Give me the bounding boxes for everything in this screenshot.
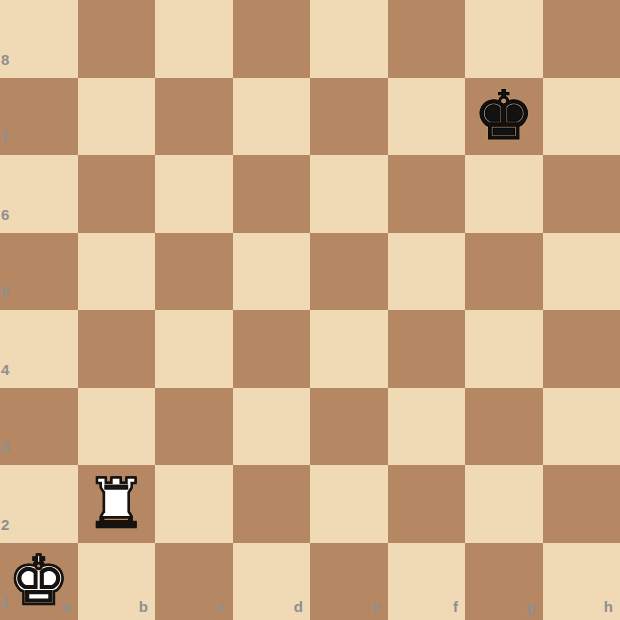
square-g3[interactable] — [465, 388, 543, 466]
square-a6[interactable]: 6 — [0, 155, 78, 233]
square-e2[interactable] — [310, 465, 388, 543]
rank-label-8: 8 — [1, 52, 9, 67]
piece-black-king[interactable]: ♚ — [465, 78, 543, 156]
square-c6[interactable] — [155, 155, 233, 233]
square-b1[interactable]: b — [78, 543, 156, 620]
square-a8[interactable]: 8 — [0, 0, 78, 78]
file-label-g: g — [526, 599, 535, 614]
file-label-f: f — [453, 599, 458, 614]
square-e6[interactable] — [310, 155, 388, 233]
square-c2[interactable] — [155, 465, 233, 543]
square-g4[interactable] — [465, 310, 543, 388]
square-f3[interactable] — [388, 388, 466, 466]
square-a1[interactable]: 1a♚ — [0, 543, 78, 620]
rank-label-6: 6 — [1, 207, 9, 222]
square-h8[interactable] — [543, 0, 620, 78]
square-f4[interactable] — [388, 310, 466, 388]
square-b4[interactable] — [78, 310, 156, 388]
square-h5[interactable] — [543, 233, 620, 311]
rank-label-5: 5 — [1, 284, 9, 299]
square-d8[interactable] — [233, 0, 311, 78]
rank-label-4: 4 — [1, 362, 9, 377]
square-f1[interactable]: f — [388, 543, 466, 620]
square-c5[interactable] — [155, 233, 233, 311]
chess-board: 87♚65432♜1a♚bcdefgh — [0, 0, 620, 620]
square-d6[interactable] — [233, 155, 311, 233]
square-c3[interactable] — [155, 388, 233, 466]
square-b2[interactable]: ♜ — [78, 465, 156, 543]
file-label-b: b — [139, 599, 148, 614]
square-g2[interactable] — [465, 465, 543, 543]
square-e5[interactable] — [310, 233, 388, 311]
square-f6[interactable] — [388, 155, 466, 233]
square-e4[interactable] — [310, 310, 388, 388]
square-b3[interactable] — [78, 388, 156, 466]
rank-label-2: 2 — [1, 517, 9, 532]
square-d2[interactable] — [233, 465, 311, 543]
square-g6[interactable] — [465, 155, 543, 233]
square-b7[interactable] — [78, 78, 156, 156]
piece-white-king[interactable]: ♚ — [0, 543, 78, 620]
square-b6[interactable] — [78, 155, 156, 233]
square-g1[interactable]: g — [465, 543, 543, 620]
square-e8[interactable] — [310, 0, 388, 78]
square-d5[interactable] — [233, 233, 311, 311]
square-a3[interactable]: 3 — [0, 388, 78, 466]
square-h1[interactable]: h — [543, 543, 620, 620]
file-label-e: e — [372, 599, 380, 614]
square-c4[interactable] — [155, 310, 233, 388]
rank-label-3: 3 — [1, 439, 9, 454]
square-h7[interactable] — [543, 78, 620, 156]
square-f8[interactable] — [388, 0, 466, 78]
square-a7[interactable]: 7 — [0, 78, 78, 156]
square-g7[interactable]: ♚ — [465, 78, 543, 156]
square-c7[interactable] — [155, 78, 233, 156]
square-h2[interactable] — [543, 465, 620, 543]
square-h4[interactable] — [543, 310, 620, 388]
file-label-d: d — [294, 599, 303, 614]
square-d3[interactable] — [233, 388, 311, 466]
square-d7[interactable] — [233, 78, 311, 156]
square-d4[interactable] — [233, 310, 311, 388]
square-e7[interactable] — [310, 78, 388, 156]
square-b8[interactable] — [78, 0, 156, 78]
file-label-h: h — [604, 599, 613, 614]
square-a5[interactable]: 5 — [0, 233, 78, 311]
square-g8[interactable] — [465, 0, 543, 78]
square-b5[interactable] — [78, 233, 156, 311]
square-f2[interactable] — [388, 465, 466, 543]
square-g5[interactable] — [465, 233, 543, 311]
square-h6[interactable] — [543, 155, 620, 233]
square-e3[interactable] — [310, 388, 388, 466]
rank-label-7: 7 — [1, 129, 9, 144]
piece-white-rook[interactable]: ♜ — [78, 465, 156, 543]
square-f5[interactable] — [388, 233, 466, 311]
square-e1[interactable]: e — [310, 543, 388, 620]
square-a4[interactable]: 4 — [0, 310, 78, 388]
square-f7[interactable] — [388, 78, 466, 156]
square-d1[interactable]: d — [233, 543, 311, 620]
square-c1[interactable]: c — [155, 543, 233, 620]
file-label-c: c — [217, 599, 225, 614]
square-h3[interactable] — [543, 388, 620, 466]
square-a2[interactable]: 2 — [0, 465, 78, 543]
square-c8[interactable] — [155, 0, 233, 78]
